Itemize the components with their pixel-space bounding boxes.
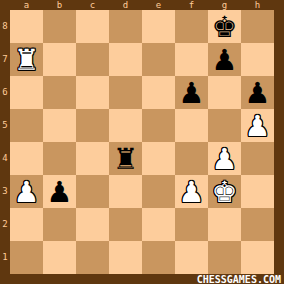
square-d3[interactable] — [109, 175, 142, 208]
square-b5[interactable] — [43, 109, 76, 142]
chess-diagram: abcdefgh 87654321 ♚♜♟♟♟♟♜♟♟♟♟♚ CHESSGAME… — [0, 0, 284, 284]
file-label-f: f — [175, 0, 208, 10]
square-c6[interactable] — [76, 76, 109, 109]
file-label-a: a — [10, 0, 43, 10]
square-h4[interactable] — [241, 142, 274, 175]
square-c4[interactable] — [76, 142, 109, 175]
square-h6[interactable]: ♟ — [241, 76, 274, 109]
square-c8[interactable] — [76, 10, 109, 43]
rank-label-6: 6 — [0, 76, 10, 109]
rank-label-3: 3 — [0, 175, 10, 208]
square-f2[interactable] — [175, 208, 208, 241]
piece-black-pawn-b3: ♟ — [43, 175, 76, 208]
square-e1[interactable] — [142, 241, 175, 274]
square-d5[interactable] — [109, 109, 142, 142]
square-e3[interactable] — [142, 175, 175, 208]
square-b4[interactable] — [43, 142, 76, 175]
square-g5[interactable] — [208, 109, 241, 142]
square-b3[interactable]: ♟ — [43, 175, 76, 208]
square-d7[interactable] — [109, 43, 142, 76]
square-b2[interactable] — [43, 208, 76, 241]
file-label-b: b — [43, 0, 76, 10]
rank-label-7: 7 — [0, 43, 10, 76]
piece-black-king-g8: ♚ — [208, 10, 241, 43]
square-g7[interactable]: ♟ — [208, 43, 241, 76]
square-d6[interactable] — [109, 76, 142, 109]
square-h7[interactable] — [241, 43, 274, 76]
square-g8[interactable]: ♚ — [208, 10, 241, 43]
piece-white-pawn-g4: ♟ — [208, 142, 241, 175]
file-labels: abcdefgh — [10, 0, 274, 10]
square-a8[interactable] — [10, 10, 43, 43]
square-a6[interactable] — [10, 76, 43, 109]
square-d8[interactable] — [109, 10, 142, 43]
square-c2[interactable] — [76, 208, 109, 241]
square-f7[interactable] — [175, 43, 208, 76]
piece-black-rook-d4: ♜ — [109, 142, 142, 175]
square-b1[interactable] — [43, 241, 76, 274]
square-a1[interactable] — [10, 241, 43, 274]
square-d1[interactable] — [109, 241, 142, 274]
square-b8[interactable] — [43, 10, 76, 43]
site-link[interactable]: CHESSGAMES.COM — [197, 274, 281, 284]
rank-label-8: 8 — [0, 10, 10, 43]
square-b6[interactable] — [43, 76, 76, 109]
file-label-g: g — [208, 0, 241, 10]
piece-black-pawn-h6: ♟ — [241, 76, 274, 109]
piece-white-rook-a7: ♜ — [10, 43, 43, 76]
piece-black-pawn-f6: ♟ — [175, 76, 208, 109]
square-f5[interactable] — [175, 109, 208, 142]
square-g2[interactable] — [208, 208, 241, 241]
square-b7[interactable] — [43, 43, 76, 76]
rank-label-4: 4 — [0, 142, 10, 175]
square-e6[interactable] — [142, 76, 175, 109]
square-e8[interactable] — [142, 10, 175, 43]
square-a3[interactable]: ♟ — [10, 175, 43, 208]
piece-white-pawn-h5: ♟ — [241, 109, 274, 142]
square-c7[interactable] — [76, 43, 109, 76]
piece-white-pawn-f3: ♟ — [175, 175, 208, 208]
square-f3[interactable]: ♟ — [175, 175, 208, 208]
rank-label-1: 1 — [0, 241, 10, 274]
square-c5[interactable] — [76, 109, 109, 142]
square-d2[interactable] — [109, 208, 142, 241]
square-g3[interactable]: ♚ — [208, 175, 241, 208]
square-g4[interactable]: ♟ — [208, 142, 241, 175]
square-h3[interactable] — [241, 175, 274, 208]
square-e7[interactable] — [142, 43, 175, 76]
square-h8[interactable] — [241, 10, 274, 43]
square-g1[interactable] — [208, 241, 241, 274]
square-g6[interactable] — [208, 76, 241, 109]
square-a2[interactable] — [10, 208, 43, 241]
piece-black-pawn-g7: ♟ — [208, 43, 241, 76]
piece-white-king-g3: ♚ — [208, 175, 241, 208]
chess-board: ♚♜♟♟♟♟♜♟♟♟♟♚ — [10, 10, 274, 274]
square-c3[interactable] — [76, 175, 109, 208]
piece-white-pawn-a3: ♟ — [10, 175, 43, 208]
square-e2[interactable] — [142, 208, 175, 241]
square-h2[interactable] — [241, 208, 274, 241]
file-label-d: d — [109, 0, 142, 10]
square-h5[interactable]: ♟ — [241, 109, 274, 142]
square-e4[interactable] — [142, 142, 175, 175]
square-f4[interactable] — [175, 142, 208, 175]
square-f1[interactable] — [175, 241, 208, 274]
square-c1[interactable] — [76, 241, 109, 274]
square-a5[interactable] — [10, 109, 43, 142]
square-f6[interactable]: ♟ — [175, 76, 208, 109]
file-label-e: e — [142, 0, 175, 10]
square-a7[interactable]: ♜ — [10, 43, 43, 76]
rank-label-5: 5 — [0, 109, 10, 142]
square-h1[interactable] — [241, 241, 274, 274]
file-label-c: c — [76, 0, 109, 10]
square-f8[interactable] — [175, 10, 208, 43]
square-a4[interactable] — [10, 142, 43, 175]
rank-labels: 87654321 — [0, 10, 10, 274]
rank-label-2: 2 — [0, 208, 10, 241]
square-d4[interactable]: ♜ — [109, 142, 142, 175]
file-label-h: h — [241, 0, 274, 10]
square-e5[interactable] — [142, 109, 175, 142]
